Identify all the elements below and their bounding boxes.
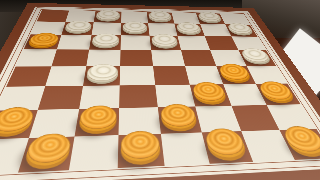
square-r4c2[interactable] [51,49,89,66]
square-r4c1[interactable] [16,49,57,66]
square-r6c4[interactable] [119,85,158,108]
square-r7c3[interactable] [75,108,120,136]
square-r5c3[interactable] [83,66,120,86]
square-r8c4[interactable] [118,134,165,168]
square-r3c5[interactable] [150,36,181,50]
white-checker[interactable] [64,21,92,32]
white-checker[interactable] [96,10,120,20]
square-r2c4[interactable] [121,23,150,36]
white-checker[interactable] [86,64,118,81]
square-r5c5[interactable] [153,66,190,85]
square-r5c1[interactable] [6,66,51,86]
orange-checker[interactable] [27,33,60,46]
orange-checker[interactable] [121,130,161,159]
square-r3c3[interactable] [89,35,121,50]
white-checker[interactable] [151,34,178,46]
square-r3c4[interactable] [121,35,152,49]
square-r2c2[interactable] [61,22,93,35]
photo-scene [0,0,320,180]
square-r5c4[interactable] [120,66,156,85]
square-r6c2[interactable] [38,86,83,110]
orange-checker[interactable] [160,104,198,127]
square-r1c1[interactable] [37,10,69,22]
square-r4c4[interactable] [120,50,153,67]
square-r1c3[interactable] [94,11,122,23]
square-r1c5[interactable] [147,12,175,23]
white-checker[interactable] [176,22,202,33]
square-r4c5[interactable] [151,50,185,66]
square-r8c2[interactable] [18,137,75,173]
orange-checker[interactable] [78,105,117,129]
white-checker[interactable] [148,11,172,21]
white-checker[interactable] [92,33,120,46]
orange-checker[interactable] [191,82,227,101]
white-checker[interactable] [226,23,254,34]
white-checker[interactable] [123,21,148,32]
white-checker[interactable] [197,12,223,22]
square-r3c1[interactable] [24,34,62,49]
square-r5c2[interactable] [45,66,86,86]
square-r8c3[interactable] [69,135,119,170]
square-r7c5[interactable] [158,106,202,133]
square-r3c2[interactable] [57,35,92,50]
checkers-board [0,10,320,175]
orange-checker[interactable] [24,133,73,163]
